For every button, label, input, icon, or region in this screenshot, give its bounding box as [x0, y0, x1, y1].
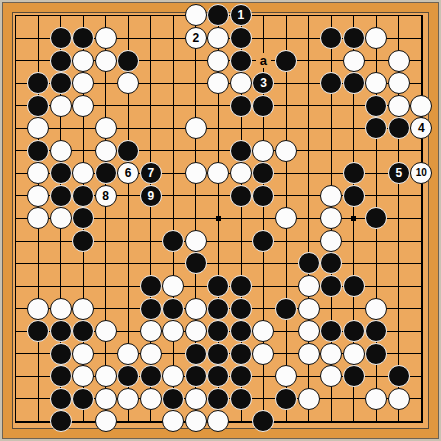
intersection-6-7[interactable]: 7 [139, 162, 162, 185]
intersection-10-9[interactable] [230, 207, 253, 230]
intersection-14-14[interactable] [320, 320, 343, 343]
intersection-11-14[interactable] [252, 320, 275, 343]
intersection-12-3[interactable] [275, 72, 298, 95]
intersection-6-0[interactable] [139, 4, 162, 27]
intersection-17-15[interactable] [387, 342, 410, 365]
intersection-17-8[interactable] [387, 185, 410, 208]
intersection-1-5[interactable] [27, 117, 50, 140]
intersection-14-13[interactable] [320, 297, 343, 320]
intersection-11-8[interactable] [252, 185, 275, 208]
intersection-0-7[interactable] [4, 162, 27, 185]
intersection-10-4[interactable] [230, 94, 253, 117]
intersection-0-9[interactable] [4, 207, 27, 230]
intersection-17-3[interactable] [387, 72, 410, 95]
intersection-13-6[interactable] [297, 139, 320, 162]
intersection-6-13[interactable] [139, 297, 162, 320]
intersection-2-14[interactable] [49, 320, 72, 343]
intersection-9-9[interactable] [207, 207, 230, 230]
intersection-1-3[interactable] [27, 72, 50, 95]
intersection-17-1[interactable] [387, 27, 410, 50]
intersection-4-8[interactable]: 8 [94, 185, 117, 208]
intersection-8-8[interactable] [185, 185, 208, 208]
intersection-12-12[interactable] [275, 275, 298, 298]
intersection-11-3[interactable]: 3 [252, 72, 275, 95]
intersection-17-14[interactable] [387, 320, 410, 343]
intersection-11-1[interactable] [252, 27, 275, 50]
intersection-15-8[interactable] [342, 185, 365, 208]
intersection-9-0[interactable] [207, 4, 230, 27]
intersection-16-1[interactable] [365, 27, 388, 50]
intersection-10-15[interactable] [230, 342, 253, 365]
intersection-18-0[interactable] [410, 4, 433, 27]
intersection-9-4[interactable] [207, 94, 230, 117]
intersection-8-18[interactable] [185, 410, 208, 433]
intersection-13-11[interactable] [297, 252, 320, 275]
intersection-12-13[interactable] [275, 297, 298, 320]
intersection-1-17[interactable] [27, 387, 50, 410]
intersection-5-1[interactable] [117, 27, 140, 50]
intersection-7-17[interactable] [162, 387, 185, 410]
intersection-11-10[interactable] [252, 230, 275, 253]
intersection-15-7[interactable] [342, 162, 365, 185]
intersection-13-1[interactable] [297, 27, 320, 50]
intersection-5-2[interactable] [117, 49, 140, 72]
intersection-15-0[interactable] [342, 4, 365, 27]
intersection-8-3[interactable] [185, 72, 208, 95]
intersection-3-18[interactable] [72, 410, 95, 433]
intersection-13-9[interactable] [297, 207, 320, 230]
intersection-16-14[interactable] [365, 320, 388, 343]
intersection-17-2[interactable] [387, 49, 410, 72]
intersection-1-6[interactable] [27, 139, 50, 162]
intersection-5-10[interactable] [117, 230, 140, 253]
intersection-13-12[interactable] [297, 275, 320, 298]
intersection-12-16[interactable] [275, 365, 298, 388]
intersection-16-9[interactable] [365, 207, 388, 230]
intersection-14-7[interactable] [320, 162, 343, 185]
intersection-4-10[interactable] [94, 230, 117, 253]
intersection-9-15[interactable] [207, 342, 230, 365]
intersection-17-13[interactable] [387, 297, 410, 320]
intersection-7-1[interactable] [162, 27, 185, 50]
intersection-7-16[interactable] [162, 365, 185, 388]
intersection-10-14[interactable] [230, 320, 253, 343]
intersection-11-2[interactable]: a [252, 49, 275, 72]
intersection-4-5[interactable] [94, 117, 117, 140]
intersection-4-18[interactable] [94, 410, 117, 433]
intersection-4-4[interactable] [94, 94, 117, 117]
intersection-16-6[interactable] [365, 139, 388, 162]
intersection-14-15[interactable] [320, 342, 343, 365]
intersection-18-17[interactable] [410, 387, 433, 410]
intersection-8-14[interactable] [185, 320, 208, 343]
intersection-18-14[interactable] [410, 320, 433, 343]
intersection-3-13[interactable] [72, 297, 95, 320]
intersection-2-10[interactable] [49, 230, 72, 253]
intersection-17-10[interactable] [387, 230, 410, 253]
intersection-16-5[interactable] [365, 117, 388, 140]
intersection-7-3[interactable] [162, 72, 185, 95]
intersection-12-11[interactable] [275, 252, 298, 275]
intersection-9-14[interactable] [207, 320, 230, 343]
intersection-3-8[interactable] [72, 185, 95, 208]
intersection-9-13[interactable] [207, 297, 230, 320]
intersection-11-6[interactable] [252, 139, 275, 162]
intersection-5-13[interactable] [117, 297, 140, 320]
intersection-11-11[interactable] [252, 252, 275, 275]
intersection-16-0[interactable] [365, 4, 388, 27]
intersection-18-16[interactable] [410, 365, 433, 388]
intersection-1-13[interactable] [27, 297, 50, 320]
intersection-8-13[interactable] [185, 297, 208, 320]
intersection-15-13[interactable] [342, 297, 365, 320]
intersection-12-1[interactable] [275, 27, 298, 50]
intersection-0-1[interactable] [4, 27, 27, 50]
intersection-0-15[interactable] [4, 342, 27, 365]
intersection-1-4[interactable] [27, 94, 50, 117]
intersection-7-5[interactable] [162, 117, 185, 140]
intersection-2-5[interactable] [49, 117, 72, 140]
intersection-18-7[interactable]: 10 [410, 162, 433, 185]
intersection-13-7[interactable] [297, 162, 320, 185]
intersection-16-10[interactable] [365, 230, 388, 253]
intersection-14-2[interactable] [320, 49, 343, 72]
intersection-5-8[interactable] [117, 185, 140, 208]
intersection-10-7[interactable] [230, 162, 253, 185]
intersection-13-15[interactable] [297, 342, 320, 365]
intersection-5-3[interactable] [117, 72, 140, 95]
intersection-7-4[interactable] [162, 94, 185, 117]
intersection-2-12[interactable] [49, 275, 72, 298]
intersection-2-18[interactable] [49, 410, 72, 433]
intersection-10-1[interactable] [230, 27, 253, 50]
intersection-6-15[interactable] [139, 342, 162, 365]
intersection-18-10[interactable] [410, 230, 433, 253]
intersection-5-9[interactable] [117, 207, 140, 230]
intersection-11-17[interactable] [252, 387, 275, 410]
intersection-3-11[interactable] [72, 252, 95, 275]
intersection-12-17[interactable] [275, 387, 298, 410]
intersection-2-13[interactable] [49, 297, 72, 320]
intersection-7-18[interactable] [162, 410, 185, 433]
intersection-4-12[interactable] [94, 275, 117, 298]
intersection-9-6[interactable] [207, 139, 230, 162]
intersection-2-15[interactable] [49, 342, 72, 365]
intersection-1-8[interactable] [27, 185, 50, 208]
intersection-5-6[interactable] [117, 139, 140, 162]
intersection-2-4[interactable] [49, 94, 72, 117]
intersection-5-12[interactable] [117, 275, 140, 298]
intersection-5-0[interactable] [117, 4, 140, 27]
intersection-14-10[interactable] [320, 230, 343, 253]
intersection-1-16[interactable] [27, 365, 50, 388]
intersection-12-4[interactable] [275, 94, 298, 117]
intersection-6-12[interactable] [139, 275, 162, 298]
intersection-14-0[interactable] [320, 4, 343, 27]
intersection-9-8[interactable] [207, 185, 230, 208]
intersection-14-4[interactable] [320, 94, 343, 117]
intersection-14-12[interactable] [320, 275, 343, 298]
intersection-10-13[interactable] [230, 297, 253, 320]
intersection-10-3[interactable] [230, 72, 253, 95]
intersection-3-17[interactable] [72, 387, 95, 410]
intersection-18-15[interactable] [410, 342, 433, 365]
intersection-18-8[interactable] [410, 185, 433, 208]
intersection-11-13[interactable] [252, 297, 275, 320]
intersection-12-2[interactable] [275, 49, 298, 72]
intersection-16-8[interactable] [365, 185, 388, 208]
intersection-4-11[interactable] [94, 252, 117, 275]
intersection-7-15[interactable] [162, 342, 185, 365]
intersection-4-0[interactable] [94, 4, 117, 27]
intersection-3-10[interactable] [72, 230, 95, 253]
intersection-12-0[interactable] [275, 4, 298, 27]
intersection-15-6[interactable] [342, 139, 365, 162]
intersection-6-4[interactable] [139, 94, 162, 117]
intersection-12-14[interactable] [275, 320, 298, 343]
intersection-16-16[interactable] [365, 365, 388, 388]
intersection-13-13[interactable] [297, 297, 320, 320]
intersection-5-17[interactable] [117, 387, 140, 410]
intersection-1-10[interactable] [27, 230, 50, 253]
intersection-11-7[interactable] [252, 162, 275, 185]
intersection-14-3[interactable] [320, 72, 343, 95]
intersection-13-0[interactable] [297, 4, 320, 27]
intersection-3-12[interactable] [72, 275, 95, 298]
intersection-5-18[interactable] [117, 410, 140, 433]
intersection-4-6[interactable] [94, 139, 117, 162]
intersection-15-9[interactable] [342, 207, 365, 230]
intersection-4-15[interactable] [94, 342, 117, 365]
intersection-9-10[interactable] [207, 230, 230, 253]
intersection-13-10[interactable] [297, 230, 320, 253]
intersection-3-6[interactable] [72, 139, 95, 162]
intersection-12-6[interactable] [275, 139, 298, 162]
intersection-4-17[interactable] [94, 387, 117, 410]
intersection-9-18[interactable] [207, 410, 230, 433]
intersection-0-14[interactable] [4, 320, 27, 343]
intersection-6-18[interactable] [139, 410, 162, 433]
intersection-13-14[interactable] [297, 320, 320, 343]
intersection-12-8[interactable] [275, 185, 298, 208]
intersection-12-9[interactable] [275, 207, 298, 230]
intersection-18-5[interactable]: 4 [410, 117, 433, 140]
intersection-1-1[interactable] [27, 27, 50, 50]
intersection-13-16[interactable] [297, 365, 320, 388]
intersection-7-10[interactable] [162, 230, 185, 253]
intersection-4-2[interactable] [94, 49, 117, 72]
intersection-5-16[interactable] [117, 365, 140, 388]
intersection-11-0[interactable] [252, 4, 275, 27]
intersection-6-1[interactable] [139, 27, 162, 50]
intersection-2-9[interactable] [49, 207, 72, 230]
intersection-16-3[interactable] [365, 72, 388, 95]
intersection-11-15[interactable] [252, 342, 275, 365]
intersection-7-7[interactable] [162, 162, 185, 185]
intersection-8-10[interactable] [185, 230, 208, 253]
intersection-0-16[interactable] [4, 365, 27, 388]
intersection-14-5[interactable] [320, 117, 343, 140]
intersection-11-4[interactable] [252, 94, 275, 117]
intersection-5-15[interactable] [117, 342, 140, 365]
intersection-11-9[interactable] [252, 207, 275, 230]
intersection-18-3[interactable] [410, 72, 433, 95]
intersection-14-1[interactable] [320, 27, 343, 50]
intersection-15-4[interactable] [342, 94, 365, 117]
intersection-17-16[interactable] [387, 365, 410, 388]
intersection-6-8[interactable]: 9 [139, 185, 162, 208]
intersection-9-17[interactable] [207, 387, 230, 410]
intersection-18-9[interactable] [410, 207, 433, 230]
intersection-15-2[interactable] [342, 49, 365, 72]
intersection-0-5[interactable] [4, 117, 27, 140]
intersection-0-8[interactable] [4, 185, 27, 208]
intersection-0-12[interactable] [4, 275, 27, 298]
intersection-6-16[interactable] [139, 365, 162, 388]
intersection-1-14[interactable] [27, 320, 50, 343]
intersection-1-0[interactable] [27, 4, 50, 27]
intersection-4-9[interactable] [94, 207, 117, 230]
intersection-1-7[interactable] [27, 162, 50, 185]
intersection-16-15[interactable] [365, 342, 388, 365]
intersection-1-11[interactable] [27, 252, 50, 275]
intersection-14-6[interactable] [320, 139, 343, 162]
intersection-18-4[interactable] [410, 94, 433, 117]
intersection-8-0[interactable] [185, 4, 208, 27]
intersection-2-6[interactable] [49, 139, 72, 162]
intersection-1-18[interactable] [27, 410, 50, 433]
intersection-10-12[interactable] [230, 275, 253, 298]
intersection-17-9[interactable] [387, 207, 410, 230]
intersection-11-18[interactable] [252, 410, 275, 433]
intersection-0-17[interactable] [4, 387, 27, 410]
intersection-0-11[interactable] [4, 252, 27, 275]
intersection-3-1[interactable] [72, 27, 95, 50]
intersection-10-18[interactable] [230, 410, 253, 433]
intersection-17-7[interactable]: 5 [387, 162, 410, 185]
intersection-15-10[interactable] [342, 230, 365, 253]
intersection-4-1[interactable] [94, 27, 117, 50]
intersection-3-5[interactable] [72, 117, 95, 140]
intersection-18-18[interactable] [410, 410, 433, 433]
intersection-8-1[interactable]: 2 [185, 27, 208, 50]
intersection-4-14[interactable] [94, 320, 117, 343]
intersection-1-12[interactable] [27, 275, 50, 298]
intersection-4-13[interactable] [94, 297, 117, 320]
intersection-2-16[interactable] [49, 365, 72, 388]
intersection-15-11[interactable] [342, 252, 365, 275]
intersection-11-12[interactable] [252, 275, 275, 298]
intersection-17-6[interactable] [387, 139, 410, 162]
intersection-8-17[interactable] [185, 387, 208, 410]
intersection-13-18[interactable] [297, 410, 320, 433]
intersection-3-16[interactable] [72, 365, 95, 388]
intersection-10-0[interactable]: 1 [230, 4, 253, 27]
intersection-6-14[interactable] [139, 320, 162, 343]
intersection-1-15[interactable] [27, 342, 50, 365]
intersection-8-4[interactable] [185, 94, 208, 117]
intersection-0-13[interactable] [4, 297, 27, 320]
intersection-14-11[interactable] [320, 252, 343, 275]
intersection-14-18[interactable] [320, 410, 343, 433]
intersection-11-16[interactable] [252, 365, 275, 388]
intersection-3-15[interactable] [72, 342, 95, 365]
intersection-16-12[interactable] [365, 275, 388, 298]
intersection-13-8[interactable] [297, 185, 320, 208]
intersection-7-2[interactable] [162, 49, 185, 72]
intersection-0-2[interactable] [4, 49, 27, 72]
intersection-18-2[interactable] [410, 49, 433, 72]
intersection-15-17[interactable] [342, 387, 365, 410]
intersection-0-6[interactable] [4, 139, 27, 162]
intersection-4-7[interactable] [94, 162, 117, 185]
intersection-3-4[interactable] [72, 94, 95, 117]
intersection-3-14[interactable] [72, 320, 95, 343]
intersection-3-3[interactable] [72, 72, 95, 95]
intersection-18-6[interactable] [410, 139, 433, 162]
intersection-8-2[interactable] [185, 49, 208, 72]
intersection-7-0[interactable] [162, 4, 185, 27]
intersection-8-11[interactable] [185, 252, 208, 275]
intersection-8-12[interactable] [185, 275, 208, 298]
intersection-1-2[interactable] [27, 49, 50, 72]
intersection-13-2[interactable] [297, 49, 320, 72]
intersection-14-9[interactable] [320, 207, 343, 230]
intersection-5-14[interactable] [117, 320, 140, 343]
intersection-9-7[interactable] [207, 162, 230, 185]
intersection-7-13[interactable] [162, 297, 185, 320]
intersection-6-5[interactable] [139, 117, 162, 140]
intersection-12-18[interactable] [275, 410, 298, 433]
intersection-5-11[interactable] [117, 252, 140, 275]
intersection-5-5[interactable] [117, 117, 140, 140]
intersection-7-12[interactable] [162, 275, 185, 298]
intersection-10-16[interactable] [230, 365, 253, 388]
intersection-10-6[interactable] [230, 139, 253, 162]
intersection-3-9[interactable] [72, 207, 95, 230]
intersection-12-15[interactable] [275, 342, 298, 365]
intersection-16-18[interactable] [365, 410, 388, 433]
intersection-2-11[interactable] [49, 252, 72, 275]
intersection-5-4[interactable] [117, 94, 140, 117]
intersection-17-12[interactable] [387, 275, 410, 298]
intersection-6-11[interactable] [139, 252, 162, 275]
intersection-11-5[interactable] [252, 117, 275, 140]
intersection-1-9[interactable] [27, 207, 50, 230]
intersection-18-11[interactable] [410, 252, 433, 275]
intersection-9-12[interactable] [207, 275, 230, 298]
intersection-17-18[interactable] [387, 410, 410, 433]
intersection-16-2[interactable] [365, 49, 388, 72]
intersection-9-16[interactable] [207, 365, 230, 388]
intersection-9-2[interactable] [207, 49, 230, 72]
intersection-8-6[interactable] [185, 139, 208, 162]
intersection-6-6[interactable] [139, 139, 162, 162]
intersection-18-12[interactable] [410, 275, 433, 298]
intersection-10-8[interactable] [230, 185, 253, 208]
intersection-17-5[interactable] [387, 117, 410, 140]
intersection-13-17[interactable] [297, 387, 320, 410]
intersection-2-17[interactable] [49, 387, 72, 410]
intersection-15-5[interactable] [342, 117, 365, 140]
intersection-16-4[interactable] [365, 94, 388, 117]
intersection-6-9[interactable] [139, 207, 162, 230]
intersection-6-17[interactable] [139, 387, 162, 410]
intersection-9-3[interactable] [207, 72, 230, 95]
intersection-17-4[interactable] [387, 94, 410, 117]
intersection-16-13[interactable] [365, 297, 388, 320]
intersection-7-6[interactable] [162, 139, 185, 162]
